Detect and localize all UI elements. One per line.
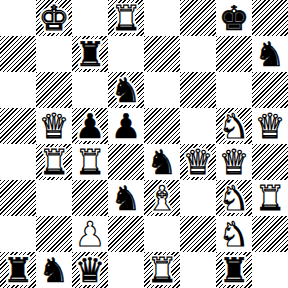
square-a7[interactable] [0, 36, 36, 72]
square-c2[interactable]: ♟ [72, 216, 108, 252]
square-c6[interactable] [72, 72, 108, 108]
square-g7[interactable] [216, 36, 252, 72]
square-d3[interactable]: ♞ [108, 180, 144, 216]
square-h5[interactable]: ♛ [252, 108, 288, 144]
square-e1[interactable]: ♜ [144, 252, 180, 288]
white-rook-piece[interactable]: ♜ [36, 144, 72, 180]
square-a5[interactable] [0, 108, 36, 144]
black-knight-piece[interactable]: ♞ [252, 36, 288, 72]
white-rook-piece[interactable]: ♜ [72, 144, 108, 180]
square-e8[interactable] [144, 0, 180, 36]
square-b2[interactable] [36, 216, 72, 252]
square-f7[interactable] [180, 36, 216, 72]
square-f4[interactable]: ♛ [180, 144, 216, 180]
square-c5[interactable]: ♟ [72, 108, 108, 144]
white-bishop-piece[interactable]: ♝ [144, 180, 180, 216]
square-b5[interactable]: ♛ [36, 108, 72, 144]
square-f1[interactable] [180, 252, 216, 288]
black-rook-piece[interactable]: ♜ [72, 36, 108, 72]
square-g2[interactable]: ♞ [216, 216, 252, 252]
square-a2[interactable] [0, 216, 36, 252]
square-f6[interactable] [180, 72, 216, 108]
square-c7[interactable]: ♜ [72, 36, 108, 72]
black-rook-piece[interactable]: ♜ [0, 252, 36, 288]
square-c8[interactable] [72, 0, 108, 36]
square-f3[interactable] [180, 180, 216, 216]
white-knight-piece[interactable]: ♞ [216, 180, 252, 216]
white-pawn-piece[interactable]: ♟ [72, 216, 108, 252]
black-knight-piece[interactable]: ♞ [108, 180, 144, 216]
square-h6[interactable] [252, 72, 288, 108]
square-b4[interactable]: ♜ [36, 144, 72, 180]
square-h2[interactable] [252, 216, 288, 252]
square-g5[interactable]: ♞ [216, 108, 252, 144]
square-g4[interactable]: ♛ [216, 144, 252, 180]
square-f2[interactable] [180, 216, 216, 252]
black-pawn-piece[interactable]: ♟ [72, 108, 108, 144]
square-b1[interactable]: ♞ [36, 252, 72, 288]
white-queen-piece[interactable]: ♛ [252, 108, 288, 144]
square-c1[interactable]: ♛ [72, 252, 108, 288]
square-e6[interactable] [144, 72, 180, 108]
square-d7[interactable] [108, 36, 144, 72]
square-a6[interactable] [0, 72, 36, 108]
square-a8[interactable] [0, 0, 36, 36]
square-e5[interactable] [144, 108, 180, 144]
square-f5[interactable] [180, 108, 216, 144]
black-knight-piece[interactable]: ♞ [108, 72, 144, 108]
square-g1[interactable]: ♜ [216, 252, 252, 288]
square-d4[interactable] [108, 144, 144, 180]
square-e2[interactable] [144, 216, 180, 252]
black-knight-piece[interactable]: ♞ [144, 144, 180, 180]
square-d6[interactable]: ♞ [108, 72, 144, 108]
square-d1[interactable] [108, 252, 144, 288]
square-g8[interactable]: ♚ [216, 0, 252, 36]
square-h3[interactable]: ♜ [252, 180, 288, 216]
square-b6[interactable] [36, 72, 72, 108]
square-g6[interactable] [216, 72, 252, 108]
white-queen-piece[interactable]: ♛ [216, 144, 252, 180]
square-b7[interactable] [36, 36, 72, 72]
black-knight-piece[interactable]: ♞ [36, 252, 72, 288]
square-d2[interactable] [108, 216, 144, 252]
white-rook-piece[interactable]: ♜ [108, 0, 144, 36]
square-h4[interactable] [252, 144, 288, 180]
black-pawn-piece[interactable]: ♟ [108, 108, 144, 144]
square-c3[interactable] [72, 180, 108, 216]
black-queen-piece[interactable]: ♛ [72, 252, 108, 288]
white-rook-piece[interactable]: ♜ [144, 252, 180, 288]
square-a4[interactable] [0, 144, 36, 180]
square-h7[interactable]: ♞ [252, 36, 288, 72]
square-h1[interactable] [252, 252, 288, 288]
white-queen-piece[interactable]: ♛ [36, 108, 72, 144]
chess-board: ♚♜♚♜♞♞♛♟♟♞♛♜♜♞♛♛♞♝♞♜♟♞♜♞♛♜♜ [0, 0, 288, 288]
square-a1[interactable]: ♜ [0, 252, 36, 288]
square-d8[interactable]: ♜ [108, 0, 144, 36]
square-c4[interactable]: ♜ [72, 144, 108, 180]
square-a3[interactable] [0, 180, 36, 216]
black-rook-piece[interactable]: ♜ [216, 252, 252, 288]
white-king-piece[interactable]: ♚ [36, 0, 72, 36]
square-e4[interactable]: ♞ [144, 144, 180, 180]
white-rook-piece[interactable]: ♜ [252, 180, 288, 216]
square-f8[interactable] [180, 0, 216, 36]
black-king-piece[interactable]: ♚ [216, 0, 252, 36]
square-h8[interactable] [252, 0, 288, 36]
square-b3[interactable] [36, 180, 72, 216]
square-e7[interactable] [144, 36, 180, 72]
square-b8[interactable]: ♚ [36, 0, 72, 36]
square-d5[interactable]: ♟ [108, 108, 144, 144]
square-e3[interactable]: ♝ [144, 180, 180, 216]
square-g3[interactable]: ♞ [216, 180, 252, 216]
white-knight-piece[interactable]: ♞ [216, 216, 252, 252]
white-queen-piece[interactable]: ♛ [180, 144, 216, 180]
white-knight-piece[interactable]: ♞ [216, 108, 252, 144]
